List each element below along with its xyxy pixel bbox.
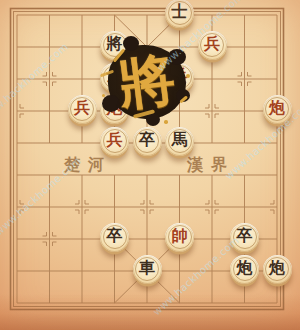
piece-black-soldier[interactable]: 卒: [230, 223, 259, 252]
piece-glyph: 士: [172, 4, 188, 20]
piece-black-chariot[interactable]: 車: [133, 255, 162, 284]
piece-red-general[interactable]: 帥: [165, 223, 194, 252]
piece-glyph: 帥: [172, 228, 188, 244]
river-label-han: 漢界: [187, 155, 235, 173]
check-banner-glyph: 將: [109, 41, 186, 123]
gold-splash: [186, 74, 190, 78]
piece-glyph: 車: [139, 260, 155, 276]
piece-black-soldier[interactable]: 卒: [100, 223, 129, 252]
piece-red-soldier[interactable]: 兵: [68, 95, 97, 124]
piece-black-cannon[interactable]: 炮: [263, 255, 292, 284]
piece-glyph: 兵: [74, 100, 90, 116]
piece-red-soldier[interactable]: 兵: [198, 31, 227, 60]
piece-glyph: 炮: [237, 260, 253, 276]
gold-splash: [164, 120, 168, 124]
piece-glyph: 兵: [204, 36, 220, 52]
piece-glyph: 馬: [172, 132, 188, 148]
piece-glyph: 卒: [237, 228, 253, 244]
piece-glyph: 卒: [107, 228, 123, 244]
piece-glyph: 炮: [269, 260, 285, 276]
piece-black-advisor[interactable]: 士: [165, 0, 194, 28]
piece-red-soldier[interactable]: 兵: [100, 127, 129, 156]
piece-glyph: 卒: [139, 132, 155, 148]
piece-black-horse[interactable]: 馬: [165, 127, 194, 156]
gold-splash: [102, 94, 105, 97]
river-label-chu: 楚河: [64, 155, 112, 173]
piece-black-soldier[interactable]: 卒: [133, 127, 162, 156]
piece-black-cannon[interactable]: 炮: [230, 255, 259, 284]
xiangqi-board: 楚河 漢界 士將兵士兵兵炮炮兵卒馬卒帥卒車炮炮 將 www.hackhome.c…: [0, 0, 300, 330]
piece-red-cannon[interactable]: 炮: [263, 95, 292, 124]
piece-glyph: 炮: [269, 100, 285, 116]
piece-glyph: 兵: [107, 132, 123, 148]
